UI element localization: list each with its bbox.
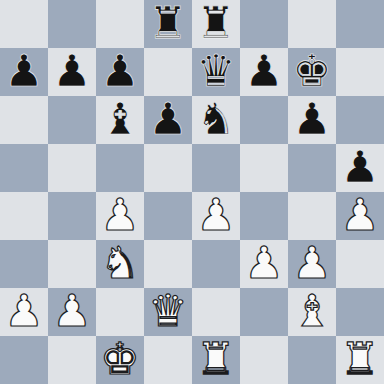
piece-white-pawn-b2[interactable]: ♟ bbox=[52, 287, 91, 335]
square-e7[interactable]: ♛ bbox=[192, 48, 240, 96]
piece-black-rook-d8[interactable]: ♜ bbox=[148, 0, 187, 47]
square-h1[interactable]: ♜ bbox=[336, 336, 384, 384]
square-d5[interactable] bbox=[144, 144, 192, 192]
square-b7[interactable]: ♟ bbox=[48, 48, 96, 96]
square-h6[interactable] bbox=[336, 96, 384, 144]
square-g7[interactable]: ♚ bbox=[288, 48, 336, 96]
square-h4[interactable]: ♟ bbox=[336, 192, 384, 240]
square-e8[interactable]: ♜ bbox=[192, 0, 240, 48]
piece-black-pawn-d6[interactable]: ♟ bbox=[148, 95, 187, 143]
square-e6[interactable]: ♞ bbox=[192, 96, 240, 144]
square-g2[interactable]: ♝ bbox=[288, 288, 336, 336]
square-c8[interactable] bbox=[96, 0, 144, 48]
square-d7[interactable] bbox=[144, 48, 192, 96]
square-e2[interactable] bbox=[192, 288, 240, 336]
square-g4[interactable] bbox=[288, 192, 336, 240]
piece-black-bishop-c6[interactable]: ♝ bbox=[100, 95, 139, 143]
piece-white-rook-e1[interactable]: ♜ bbox=[196, 335, 235, 383]
piece-black-pawn-b7[interactable]: ♟ bbox=[52, 47, 91, 95]
square-h7[interactable] bbox=[336, 48, 384, 96]
piece-white-king-c1[interactable]: ♚ bbox=[100, 335, 139, 383]
square-g3[interactable]: ♟ bbox=[288, 240, 336, 288]
square-f7[interactable]: ♟ bbox=[240, 48, 288, 96]
piece-white-bishop-g2[interactable]: ♝ bbox=[292, 287, 331, 335]
piece-white-pawn-c4[interactable]: ♟ bbox=[100, 191, 139, 239]
square-c7[interactable]: ♟ bbox=[96, 48, 144, 96]
square-g6[interactable]: ♟ bbox=[288, 96, 336, 144]
square-f4[interactable] bbox=[240, 192, 288, 240]
square-f5[interactable] bbox=[240, 144, 288, 192]
square-h3[interactable] bbox=[336, 240, 384, 288]
square-d6[interactable]: ♟ bbox=[144, 96, 192, 144]
square-b4[interactable] bbox=[48, 192, 96, 240]
piece-black-pawn-c7[interactable]: ♟ bbox=[100, 47, 139, 95]
piece-black-pawn-h5[interactable]: ♟ bbox=[340, 143, 379, 191]
square-e5[interactable] bbox=[192, 144, 240, 192]
piece-white-pawn-g3[interactable]: ♟ bbox=[292, 239, 331, 287]
square-a7[interactable]: ♟ bbox=[0, 48, 48, 96]
piece-black-queen-e7[interactable]: ♛ bbox=[196, 47, 235, 95]
piece-white-queen-d2[interactable]: ♛ bbox=[148, 287, 187, 335]
piece-black-pawn-a7[interactable]: ♟ bbox=[4, 47, 43, 95]
piece-black-pawn-f7[interactable]: ♟ bbox=[244, 47, 283, 95]
square-b5[interactable] bbox=[48, 144, 96, 192]
square-f2[interactable] bbox=[240, 288, 288, 336]
piece-black-knight-e6[interactable]: ♞ bbox=[196, 95, 235, 143]
square-b8[interactable] bbox=[48, 0, 96, 48]
square-c1[interactable]: ♚ bbox=[96, 336, 144, 384]
square-e1[interactable]: ♜ bbox=[192, 336, 240, 384]
square-d4[interactable] bbox=[144, 192, 192, 240]
piece-black-king-g7[interactable]: ♚ bbox=[292, 47, 331, 95]
square-a3[interactable] bbox=[0, 240, 48, 288]
square-d2[interactable]: ♛ bbox=[144, 288, 192, 336]
square-e3[interactable] bbox=[192, 240, 240, 288]
piece-black-rook-e8[interactable]: ♜ bbox=[196, 0, 235, 47]
square-b1[interactable] bbox=[48, 336, 96, 384]
square-a5[interactable] bbox=[0, 144, 48, 192]
chess-board: ♜♜♟♟♟♛♟♚♝♟♞♟♟♟♟♟♞♟♟♟♟♛♝♚♜♜ bbox=[0, 0, 384, 384]
square-a4[interactable] bbox=[0, 192, 48, 240]
square-a1[interactable] bbox=[0, 336, 48, 384]
square-a2[interactable]: ♟ bbox=[0, 288, 48, 336]
piece-white-pawn-e4[interactable]: ♟ bbox=[196, 191, 235, 239]
square-c2[interactable] bbox=[96, 288, 144, 336]
square-g5[interactable] bbox=[288, 144, 336, 192]
square-g8[interactable] bbox=[288, 0, 336, 48]
piece-white-knight-c3[interactable]: ♞ bbox=[100, 239, 139, 287]
square-c6[interactable]: ♝ bbox=[96, 96, 144, 144]
square-h2[interactable] bbox=[336, 288, 384, 336]
square-g1[interactable] bbox=[288, 336, 336, 384]
piece-white-pawn-a2[interactable]: ♟ bbox=[4, 287, 43, 335]
piece-white-pawn-f3[interactable]: ♟ bbox=[244, 239, 283, 287]
square-b2[interactable]: ♟ bbox=[48, 288, 96, 336]
square-c4[interactable]: ♟ bbox=[96, 192, 144, 240]
square-d3[interactable] bbox=[144, 240, 192, 288]
square-d1[interactable] bbox=[144, 336, 192, 384]
square-f8[interactable] bbox=[240, 0, 288, 48]
piece-white-pawn-h4[interactable]: ♟ bbox=[340, 191, 379, 239]
piece-black-pawn-g6[interactable]: ♟ bbox=[292, 95, 331, 143]
piece-white-rook-h1[interactable]: ♜ bbox=[340, 335, 379, 383]
square-f3[interactable]: ♟ bbox=[240, 240, 288, 288]
square-h8[interactable] bbox=[336, 0, 384, 48]
square-f6[interactable] bbox=[240, 96, 288, 144]
square-b3[interactable] bbox=[48, 240, 96, 288]
square-e4[interactable]: ♟ bbox=[192, 192, 240, 240]
square-d8[interactable]: ♜ bbox=[144, 0, 192, 48]
square-c3[interactable]: ♞ bbox=[96, 240, 144, 288]
square-h5[interactable]: ♟ bbox=[336, 144, 384, 192]
square-c5[interactable] bbox=[96, 144, 144, 192]
square-a6[interactable] bbox=[0, 96, 48, 144]
square-f1[interactable] bbox=[240, 336, 288, 384]
square-b6[interactable] bbox=[48, 96, 96, 144]
square-a8[interactable] bbox=[0, 0, 48, 48]
